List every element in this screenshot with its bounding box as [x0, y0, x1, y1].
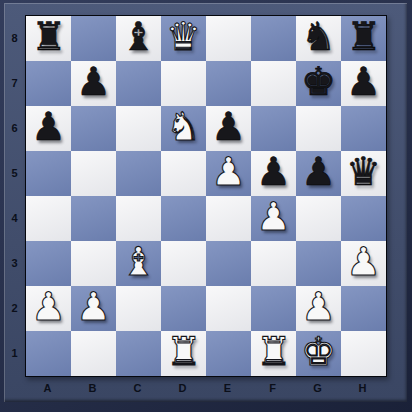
square-e5[interactable]: ♟ [206, 151, 251, 196]
square-b6[interactable] [71, 106, 116, 151]
file-labels: ABCDEFGH [25, 377, 385, 399]
square-b7[interactable]: ♟ [71, 61, 116, 106]
square-c4[interactable] [116, 196, 161, 241]
square-h2[interactable] [341, 286, 386, 331]
file-label-b: B [70, 377, 115, 399]
file-label-a: A [25, 377, 70, 399]
rank-label-4: 4 [4, 195, 25, 240]
white-pawn[interactable]: ♟ [301, 284, 336, 329]
square-a1[interactable] [26, 331, 71, 376]
square-d3[interactable] [161, 241, 206, 286]
white-rook[interactable]: ♜ [256, 329, 291, 374]
square-e4[interactable] [206, 196, 251, 241]
square-g8[interactable]: ♞ [296, 16, 341, 61]
square-e6[interactable]: ♟ [206, 106, 251, 151]
square-e7[interactable] [206, 61, 251, 106]
black-pawn[interactable]: ♟ [31, 104, 66, 149]
white-pawn[interactable]: ♟ [31, 284, 66, 329]
white-pawn[interactable]: ♟ [256, 194, 291, 239]
square-c6[interactable] [116, 106, 161, 151]
square-b3[interactable] [71, 241, 116, 286]
square-g1[interactable]: ♚ [296, 331, 341, 376]
black-king[interactable]: ♚ [301, 59, 336, 104]
white-king[interactable]: ♚ [301, 329, 336, 374]
square-b1[interactable] [71, 331, 116, 376]
square-d4[interactable] [161, 196, 206, 241]
white-knight[interactable]: ♞ [166, 104, 201, 149]
square-d2[interactable] [161, 286, 206, 331]
file-label-d: D [160, 377, 205, 399]
file-label-f: F [250, 377, 295, 399]
chess-board-window: 87654321 ♜♝♛♞♜♟♚♟♟♞♟♟♟♟♛♟♝♟♟♟♟♜♜♚ ABCDEF… [0, 0, 412, 412]
black-rook[interactable]: ♜ [31, 14, 66, 59]
square-d5[interactable] [161, 151, 206, 196]
file-label-e: E [205, 377, 250, 399]
square-a4[interactable] [26, 196, 71, 241]
square-g2[interactable]: ♟ [296, 286, 341, 331]
square-g3[interactable] [296, 241, 341, 286]
square-f6[interactable] [251, 106, 296, 151]
square-a5[interactable] [26, 151, 71, 196]
square-h3[interactable]: ♟ [341, 241, 386, 286]
square-g5[interactable]: ♟ [296, 151, 341, 196]
square-f2[interactable] [251, 286, 296, 331]
square-g6[interactable] [296, 106, 341, 151]
square-a7[interactable] [26, 61, 71, 106]
square-h5[interactable]: ♛ [341, 151, 386, 196]
black-pawn[interactable]: ♟ [301, 149, 336, 194]
square-e2[interactable] [206, 286, 251, 331]
square-h4[interactable] [341, 196, 386, 241]
rank-labels: 87654321 [4, 15, 25, 375]
square-e1[interactable] [206, 331, 251, 376]
rank-label-2: 2 [4, 285, 25, 330]
square-a6[interactable]: ♟ [26, 106, 71, 151]
square-a8[interactable]: ♜ [26, 16, 71, 61]
square-g7[interactable]: ♚ [296, 61, 341, 106]
square-h7[interactable]: ♟ [341, 61, 386, 106]
rank-label-6: 6 [4, 105, 25, 150]
square-b5[interactable] [71, 151, 116, 196]
square-c8[interactable]: ♝ [116, 16, 161, 61]
rank-label-1: 1 [4, 330, 25, 375]
file-label-h: H [340, 377, 385, 399]
black-bishop[interactable]: ♝ [121, 14, 156, 59]
square-f4[interactable]: ♟ [251, 196, 296, 241]
square-c7[interactable] [116, 61, 161, 106]
square-f7[interactable] [251, 61, 296, 106]
square-a2[interactable]: ♟ [26, 286, 71, 331]
square-f8[interactable] [251, 16, 296, 61]
file-label-c: C [115, 377, 160, 399]
rank-label-8: 8 [4, 15, 25, 60]
square-d1[interactable]: ♜ [161, 331, 206, 376]
square-a3[interactable] [26, 241, 71, 286]
rank-label-5: 5 [4, 150, 25, 195]
square-d6[interactable]: ♞ [161, 106, 206, 151]
square-c3[interactable]: ♝ [116, 241, 161, 286]
rank-label-3: 3 [4, 240, 25, 285]
black-pawn[interactable]: ♟ [76, 59, 111, 104]
white-pawn[interactable]: ♟ [346, 239, 381, 284]
white-pawn[interactable]: ♟ [211, 149, 246, 194]
black-pawn[interactable]: ♟ [346, 59, 381, 104]
square-e3[interactable] [206, 241, 251, 286]
square-h1[interactable] [341, 331, 386, 376]
white-rook[interactable]: ♜ [166, 329, 201, 374]
black-pawn[interactable]: ♟ [256, 149, 291, 194]
white-queen[interactable]: ♛ [166, 14, 201, 59]
square-f5[interactable]: ♟ [251, 151, 296, 196]
black-queen[interactable]: ♛ [346, 149, 381, 194]
square-c2[interactable] [116, 286, 161, 331]
square-f1[interactable]: ♜ [251, 331, 296, 376]
square-d7[interactable] [161, 61, 206, 106]
white-bishop[interactable]: ♝ [121, 239, 156, 284]
square-h6[interactable] [341, 106, 386, 151]
square-b4[interactable] [71, 196, 116, 241]
black-pawn[interactable]: ♟ [211, 104, 246, 149]
chess-board: ♜♝♛♞♜♟♚♟♟♞♟♟♟♟♛♟♝♟♟♟♟♜♜♚ [25, 15, 387, 377]
rank-label-7: 7 [4, 60, 25, 105]
white-pawn[interactable]: ♟ [76, 284, 111, 329]
square-b8[interactable] [71, 16, 116, 61]
square-e8[interactable] [206, 16, 251, 61]
square-f3[interactable] [251, 241, 296, 286]
square-b2[interactable]: ♟ [71, 286, 116, 331]
square-c5[interactable] [116, 151, 161, 196]
black-knight[interactable]: ♞ [301, 14, 336, 59]
black-rook[interactable]: ♜ [346, 14, 381, 59]
square-g4[interactable] [296, 196, 341, 241]
square-d8[interactable]: ♛ [161, 16, 206, 61]
square-c1[interactable] [116, 331, 161, 376]
square-h8[interactable]: ♜ [341, 16, 386, 61]
file-label-g: G [295, 377, 340, 399]
